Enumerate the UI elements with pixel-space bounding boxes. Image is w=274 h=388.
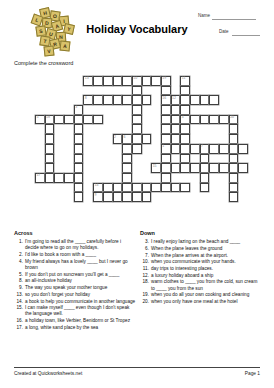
down-clue: 20.when you only have one meal at the ho… [140,299,262,305]
across-clues: Across 1.I'm going to read all the ____ … [14,230,136,332]
crossword-cell[interactable] [113,183,123,193]
crossword-cell[interactable] [122,183,132,193]
crossword-cell[interactable] [200,173,210,183]
crossword-cell[interactable] [122,192,132,202]
crossword-block [54,144,64,154]
crossword-cell[interactable] [180,124,190,134]
crossword-cell[interactable] [180,95,190,105]
crossword-block [209,124,219,134]
crossword-cell[interactable] [132,144,142,154]
down-clue: 6.When the plane leaves the ground [140,246,262,252]
crossword-block [64,192,74,202]
crossword-block [122,86,132,96]
date-line[interactable] [232,34,260,36]
crossword-cell[interactable] [142,183,152,193]
footer-divider [14,367,260,368]
crossword-block [54,154,64,164]
crossword-cell[interactable] [171,105,181,115]
crossword-cell[interactable] [113,76,123,86]
crossword-cell[interactable] [103,76,113,86]
clue-number: 12 [172,96,176,100]
crossword-cell[interactable] [200,183,210,193]
crossword-cell[interactable] [74,154,84,164]
crossword-block [103,144,113,154]
crossword-block [238,124,248,134]
crossword-cell[interactable] [93,115,103,125]
clue-list-number: 1. [14,239,25,251]
crossword-cell[interactable] [229,173,239,183]
crossword-block [238,95,248,105]
crossword-cell[interactable] [45,163,55,173]
crossword-block [35,95,45,105]
clue-text: when you communicate with your hands. [151,259,262,265]
crossword-cell[interactable] [161,154,171,164]
name-label: Name [198,13,210,18]
crossword-block [151,124,161,134]
crossword-cell[interactable] [142,76,152,86]
crossword-cell[interactable] [132,86,142,96]
crossword-block [209,134,219,144]
worksheet-page: HOLIDAYSUNTRAV Holiday Vocabulary Name D… [0,0,274,388]
crossword-cell[interactable] [45,173,55,183]
crossword-cell[interactable] [103,183,113,193]
crossword-cell[interactable] [45,154,55,164]
crossword-cell[interactable] [180,105,190,115]
crossword-cell[interactable]: 14 [93,183,103,193]
crossword-cell[interactable] [229,154,239,164]
crossword-cell[interactable] [132,124,142,134]
crossword-block [190,134,200,144]
crossword-block [122,105,132,115]
crossword-cell[interactable] [200,154,210,164]
crossword-cell[interactable] [54,115,64,125]
down-clue: 19.when you do all your own cooking and … [140,292,262,298]
crossword-cell[interactable]: 12 [171,95,181,105]
crossword-cell[interactable] [180,163,190,173]
crossword-block [103,86,113,96]
clue-text: I really enjoy lazing on the beach and _… [151,239,262,245]
down-heading: Down [140,230,262,237]
crossword-cell[interactable] [74,163,84,173]
crossword-cell[interactable] [122,173,132,183]
crossword-cell[interactable] [161,86,171,96]
crossword-block [64,86,74,96]
crossword-cell[interactable] [180,154,190,164]
crossword-cell[interactable] [74,115,84,125]
crossword-block [219,95,229,105]
crossword-cell[interactable] [122,95,132,105]
crossword-block [93,163,103,173]
crossword-block [93,144,103,154]
clue-text: when you only have one meal at the hotel [151,299,262,305]
crossword-cell[interactable] [190,115,200,125]
crossword-block [93,105,103,115]
crossword-block [171,86,181,96]
clue-number: 2 [114,135,116,139]
crossword-block [122,124,132,134]
crossword-block [64,124,74,134]
crossword-block [113,115,123,125]
crossword-block [238,105,248,115]
clue-number: 19 [162,76,166,80]
clue-list-number: 6. [140,246,151,252]
crossword-cell[interactable] [209,115,219,125]
clue-list-number: 13. [14,292,25,298]
crossword-cell[interactable] [142,134,152,144]
crossword-cell[interactable] [171,163,181,173]
across-clue: 16.a holiday town, like Verbier, Benidor… [14,318,136,324]
crossword-block [238,154,248,164]
crossword-block [103,134,113,144]
crossword-block [190,173,200,183]
crossword-block [93,124,103,134]
crossword-block [83,183,93,193]
instruction-text: Complete the crossword [14,60,73,66]
crossword-block [171,76,181,86]
clue-number: 9 [95,193,97,197]
crossword-block [35,134,45,144]
crossword-block [122,115,132,125]
crossword-block [103,124,113,134]
crossword-cell[interactable] [132,192,142,202]
across-clue: 9.The way you speak your mother tongue [14,285,136,291]
crossword-cell[interactable] [171,115,181,125]
clue-list-number: 16. [14,318,25,324]
crossword-block [54,163,64,173]
crossword-block [113,154,123,164]
crossword-cell[interactable] [171,144,181,154]
crossword-cell[interactable] [122,154,132,164]
crossword-block [238,134,248,144]
clue-number: 6 [124,135,126,139]
crossword-cell[interactable] [132,95,142,105]
clue-number: 7 [201,144,203,148]
crossword-cell[interactable] [161,115,171,125]
crossword-cell[interactable]: 16 [161,95,171,105]
crossword-cell[interactable] [161,134,171,144]
crossword-block [180,173,190,183]
clue-list-number: 4. [14,259,25,271]
crossword-cell[interactable] [132,105,142,115]
crossword-block [35,105,45,115]
crossword-block [83,163,93,173]
clue-number: 18 [46,115,50,119]
clue-text: a luxury holiday aboard a ship [151,273,262,279]
crossword-block [35,86,45,96]
crossword-block [238,115,248,125]
crossword-cell[interactable]: 19 [161,76,171,86]
crossword-block [64,163,74,173]
clue-list-number: 5. [14,272,25,278]
crossword-block [113,173,123,183]
logo-letter-tile: V [44,46,55,57]
clue-list-number: 2. [14,252,25,258]
crossword-cell[interactable] [113,192,123,202]
crossword-cell[interactable] [93,95,103,105]
crossword-cell[interactable] [113,95,123,105]
crossword-block [113,86,123,96]
clue-list-number: 15. [14,305,25,317]
crossword-cell[interactable] [171,183,181,193]
crossword-cell[interactable] [151,183,161,193]
crossword-cell[interactable] [132,183,142,193]
crossword-block [200,134,210,144]
crossword-cell[interactable] [74,173,84,183]
crossword-block [74,95,84,105]
crossword-cell[interactable] [64,115,74,125]
crossword-cell[interactable] [132,115,142,125]
crossword-block [54,95,64,105]
clue-list-number: 7. [140,253,151,259]
clue-list-number: 10. [140,259,151,265]
crossword-cell[interactable] [180,86,190,96]
crossword-cell[interactable] [200,163,210,173]
crossword-block [151,95,161,105]
clue-number: 8 [85,96,87,100]
crossword-block [83,124,93,134]
crossword-block [219,134,229,144]
footer-page-number: Page 1 [245,371,260,376]
down-clue: 3.I really enjoy lazing on the beach and… [140,239,262,245]
crossword-cell[interactable] [74,144,84,154]
crossword-cell[interactable] [93,76,103,86]
down-clue: 11.day trips to interesting places. [140,266,262,272]
crossword-cell[interactable]: 17 [35,173,45,183]
crossword-cell[interactable] [74,183,84,193]
crossword-block [83,144,93,154]
crossword-block [93,86,103,96]
down-clue: 7.When the plane arrives at the airport. [140,253,262,259]
crossword-block [142,163,152,173]
crossword-cell[interactable] [103,192,113,202]
crossword-cell[interactable] [229,134,239,144]
crossword-cell[interactable]: 3 [74,105,84,115]
crossword-block [238,183,248,193]
crossword-block [83,173,93,183]
crossword-cell[interactable] [161,173,171,183]
crossword-block [64,134,74,144]
clue-text: a holiday town, like Verbier, Benidorm o… [25,318,136,324]
clue-number: 17 [36,173,40,177]
crossword-cell[interactable]: 8 [83,95,93,105]
crossword-cell[interactable] [200,115,210,125]
crossword-block [209,183,219,193]
crossword-cell[interactable] [45,124,55,134]
crossword-cell[interactable] [132,134,142,144]
clue-text: I'd like to book a room with a ____ [25,252,136,258]
crossword-block [209,86,219,96]
crossword-block [45,95,55,105]
clue-list-number: 19. [140,292,151,298]
crossword-block [83,134,93,144]
crossword-block [142,86,152,96]
crossword-cell[interactable] [171,134,181,144]
across-clue: 1.I'm going to read all the ____ careful… [14,239,136,251]
crossword-cell[interactable] [103,95,113,105]
crossword-block [171,192,181,202]
crossword-cell[interactable] [209,163,219,173]
clue-list-number: 8. [14,278,25,284]
crossword-cell[interactable] [229,192,239,202]
across-clue: 17.a long, white sand place by the sea [14,325,136,331]
crossword-cell[interactable]: 20 [229,115,239,125]
clue-list-number: 9. [14,285,25,291]
across-clue: 15.I can make myself ____ even though I … [14,305,136,317]
crossword-block [142,173,152,183]
crossword-cell[interactable] [219,163,229,173]
crossword-cell[interactable] [45,144,55,154]
crossword-cell[interactable] [180,134,190,144]
crossword-block [200,105,210,115]
crossword-block [113,105,123,115]
crossword-cell[interactable] [209,144,219,154]
clue-text: a book to help you communicate in anothe… [25,299,136,305]
crossword-cell[interactable] [83,115,93,125]
clue-text: warm clothes to ____ you from the cold, … [151,279,262,291]
crossword-block [103,105,113,115]
crossword-block [209,154,219,164]
crossword-cell[interactable]: 4 [180,115,190,125]
crossword-cell[interactable]: 2 [113,134,123,144]
crossword-block [229,95,239,105]
crossword-block [190,154,200,164]
crossword-block [219,154,229,164]
crossword-cell[interactable] [190,144,200,154]
crossword-cell[interactable] [74,192,84,202]
crossword-cell[interactable] [229,124,239,134]
crossword-block [132,154,142,164]
clue-number: 13 [85,76,89,80]
crossword-cell[interactable]: 15 [151,163,161,173]
crossword-block [103,115,113,125]
crossword-block [200,192,210,202]
crossword-block [83,105,93,115]
crossword-cell[interactable] [219,115,229,125]
crossword-block [45,76,55,86]
crossword-block [209,76,219,86]
crossword-cell[interactable] [180,144,190,154]
crossword-cell[interactable]: 11 [180,76,190,86]
crossword-block [219,183,229,193]
crossword-cell[interactable]: 10 [132,76,142,86]
crossword-block [83,192,93,202]
crossword-block [229,86,239,96]
clue-text: so you don't forget your holiday [25,292,136,298]
crossword-block [74,86,84,96]
clue-list-number: 17. [14,325,25,331]
across-clue: 8.an all-inclusive holiday [14,278,136,284]
crossword-cell[interactable] [229,144,239,154]
crossword-cell[interactable]: 7 [200,144,210,154]
crossword-cell[interactable] [200,95,210,105]
crossword-block [142,115,152,125]
crossword-cell[interactable] [54,173,64,183]
crossword-cell[interactable] [219,144,229,154]
crossword-cell[interactable]: 1 [161,144,171,154]
crossword-cell[interactable] [229,183,239,193]
crossword-block [64,154,74,164]
clue-number: 3 [75,105,77,109]
crossword-cell[interactable] [122,163,132,173]
crossword-block [132,163,142,173]
clue-text: a long, white sand place by the sea [25,325,136,331]
clue-text: If you don't put on suncream you'll get … [25,272,136,278]
crossword-block [209,173,219,183]
across-clue: 13.so you don't forget your holiday [14,292,136,298]
clue-number: 15 [153,164,157,168]
clue-text: I can make myself ____ even though I don… [25,305,136,317]
crossword-cell[interactable] [229,163,239,173]
crossword-block [64,95,74,105]
crossword-cell[interactable] [74,134,84,144]
crossword-block [151,173,161,183]
crossword-cell[interactable] [161,183,171,193]
crossword-cell[interactable] [64,173,74,183]
crossword-cell[interactable] [45,134,55,144]
across-clue: 14.a book to help you communicate in ano… [14,299,136,305]
crossword-block [142,124,152,134]
down-list: 3.I really enjoy lazing on the beach and… [140,239,262,305]
across-list: 1.I'm going to read all the ____ careful… [14,239,136,331]
crossword-cell[interactable] [74,124,84,134]
logo-letter-tile: A [60,41,71,52]
crossword-cell[interactable] [142,192,152,202]
crossword-cell[interactable] [122,144,132,154]
crossword-cell[interactable] [180,183,190,193]
crossword-block [238,192,248,202]
clue-text: The way you speak your mother tongue [25,285,136,291]
crossword-block [54,76,64,86]
clue-list-number: 20. [140,299,151,305]
crossword-cell[interactable] [209,95,219,105]
crossword-block [54,183,64,193]
crossword-block [190,76,200,86]
crossword-block [219,173,229,183]
crossword-block [64,105,74,115]
clue-text: I'm going to read all the ____ carefully… [25,239,136,251]
crossword-cell[interactable] [238,163,248,173]
crossword-block [54,134,64,144]
crossword-cell[interactable] [151,76,161,86]
crossword-cell[interactable] [161,105,171,115]
crossword-block [200,86,210,96]
crossword-cell[interactable] [161,163,171,173]
crossword-block [83,86,93,96]
crossword-cell[interactable]: 9 [93,192,103,202]
crossword-cell[interactable] [190,95,200,105]
crossword-block [151,192,161,202]
crossword-cell[interactable]: 18 [45,115,55,125]
name-line[interactable] [212,18,256,20]
crossword-cell[interactable] [190,163,200,173]
crossword-cell[interactable] [161,124,171,134]
crossword-cell[interactable]: 13 [83,76,93,86]
crossword-block [35,163,45,173]
crossword-cell[interactable] [142,95,152,105]
crossword-cell[interactable] [171,124,181,134]
crossword-block [45,86,55,96]
crossword-block [35,76,45,86]
crossword-block [64,144,74,154]
crossword-block [83,154,93,164]
crossword-block [171,173,181,183]
crossword-cell[interactable]: 6 [122,134,132,144]
crossword-block [151,86,161,96]
crossword-cell[interactable] [238,144,248,154]
crossword-cell[interactable] [122,76,132,86]
crossword-cell[interactable]: 5 [35,115,45,125]
crossword-block [45,192,55,202]
